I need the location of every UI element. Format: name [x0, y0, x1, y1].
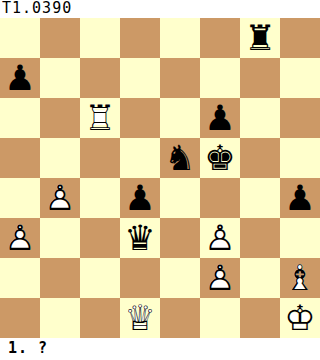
square-e7[interactable] — [160, 58, 200, 98]
square-h1[interactable]: ♚♔ — [280, 298, 320, 338]
square-h5[interactable] — [280, 138, 320, 178]
square-b2[interactable] — [40, 258, 80, 298]
square-g6[interactable] — [240, 98, 280, 138]
piece-black-pawn[interactable]: ♟ — [0, 58, 40, 98]
square-c7[interactable] — [80, 58, 120, 98]
square-a6[interactable] — [0, 98, 40, 138]
black-king-glyph: ♚ — [200, 138, 240, 178]
piece-white-pawn[interactable]: ♟♙ — [200, 218, 240, 258]
square-a3[interactable]: ♟♙ — [0, 218, 40, 258]
black-pawn-glyph: ♟ — [120, 178, 160, 218]
black-rook-glyph: ♜ — [240, 18, 280, 58]
square-h6[interactable] — [280, 98, 320, 138]
piece-black-knight[interactable]: ♞ — [160, 138, 200, 178]
square-d1[interactable]: ♛♕ — [120, 298, 160, 338]
square-h8[interactable] — [280, 18, 320, 58]
square-e2[interactable] — [160, 258, 200, 298]
square-h3[interactable] — [280, 218, 320, 258]
piece-white-king[interactable]: ♚♔ — [280, 298, 320, 338]
square-d6[interactable] — [120, 98, 160, 138]
square-e6[interactable] — [160, 98, 200, 138]
white-pawn-outline-glyph: ♙ — [200, 218, 240, 258]
black-queen-glyph: ♛ — [120, 218, 160, 258]
square-f5[interactable]: ♚ — [200, 138, 240, 178]
square-b3[interactable] — [40, 218, 80, 258]
square-c6[interactable]: ♜♖ — [80, 98, 120, 138]
square-c1[interactable] — [80, 298, 120, 338]
square-d5[interactable] — [120, 138, 160, 178]
square-a2[interactable] — [0, 258, 40, 298]
square-g5[interactable] — [240, 138, 280, 178]
square-g4[interactable] — [240, 178, 280, 218]
square-c5[interactable] — [80, 138, 120, 178]
square-d8[interactable] — [120, 18, 160, 58]
square-b7[interactable] — [40, 58, 80, 98]
square-a1[interactable] — [0, 298, 40, 338]
black-knight-glyph: ♞ — [160, 138, 200, 178]
piece-white-rook[interactable]: ♜♖ — [80, 98, 120, 138]
square-h4[interactable]: ♟ — [280, 178, 320, 218]
square-h7[interactable] — [280, 58, 320, 98]
square-a8[interactable] — [0, 18, 40, 58]
square-g1[interactable] — [240, 298, 280, 338]
white-queen-outline-glyph: ♕ — [120, 298, 160, 338]
move-prompt: 1. ? — [0, 338, 320, 360]
square-f7[interactable] — [200, 58, 240, 98]
square-d4[interactable]: ♟ — [120, 178, 160, 218]
square-f3[interactable]: ♟♙ — [200, 218, 240, 258]
square-d7[interactable] — [120, 58, 160, 98]
square-g3[interactable] — [240, 218, 280, 258]
piece-white-bishop[interactable]: ♝♗ — [280, 258, 320, 298]
square-e4[interactable] — [160, 178, 200, 218]
square-e3[interactable] — [160, 218, 200, 258]
white-pawn-outline-glyph: ♙ — [0, 218, 40, 258]
square-g8[interactable]: ♜ — [240, 18, 280, 58]
square-a5[interactable] — [0, 138, 40, 178]
white-rook-outline-glyph: ♖ — [80, 98, 120, 138]
square-f1[interactable] — [200, 298, 240, 338]
white-pawn-outline-glyph: ♙ — [40, 178, 80, 218]
chess-puzzle-screen: T1.0390 ♜♟♜♖♟♞♚♟♙♟♟♟♙♛♟♙♟♙♝♗♛♕♚♔ 1. ? — [0, 0, 320, 360]
square-c3[interactable] — [80, 218, 120, 258]
piece-black-rook[interactable]: ♜ — [240, 18, 280, 58]
square-e1[interactable] — [160, 298, 200, 338]
piece-black-pawn[interactable]: ♟ — [200, 98, 240, 138]
square-a4[interactable] — [0, 178, 40, 218]
square-f6[interactable]: ♟ — [200, 98, 240, 138]
white-king-outline-glyph: ♔ — [280, 298, 320, 338]
square-h2[interactable]: ♝♗ — [280, 258, 320, 298]
white-bishop-outline-glyph: ♗ — [280, 258, 320, 298]
square-d2[interactable] — [120, 258, 160, 298]
piece-white-pawn[interactable]: ♟♙ — [40, 178, 80, 218]
square-b6[interactable] — [40, 98, 80, 138]
black-pawn-glyph: ♟ — [200, 98, 240, 138]
square-b4[interactable]: ♟♙ — [40, 178, 80, 218]
piece-white-pawn[interactable]: ♟♙ — [200, 258, 240, 298]
piece-black-pawn[interactable]: ♟ — [120, 178, 160, 218]
square-b5[interactable] — [40, 138, 80, 178]
piece-black-pawn[interactable]: ♟ — [280, 178, 320, 218]
square-c2[interactable] — [80, 258, 120, 298]
square-b8[interactable] — [40, 18, 80, 58]
square-e8[interactable] — [160, 18, 200, 58]
black-pawn-glyph: ♟ — [0, 58, 40, 98]
black-pawn-glyph: ♟ — [280, 178, 320, 218]
square-c8[interactable] — [80, 18, 120, 58]
square-f8[interactable] — [200, 18, 240, 58]
chess-board: ♜♟♜♖♟♞♚♟♙♟♟♟♙♛♟♙♟♙♝♗♛♕♚♔ — [0, 18, 320, 338]
square-f4[interactable] — [200, 178, 240, 218]
square-a7[interactable]: ♟ — [0, 58, 40, 98]
piece-white-queen[interactable]: ♛♕ — [120, 298, 160, 338]
square-g2[interactable] — [240, 258, 280, 298]
square-e5[interactable]: ♞ — [160, 138, 200, 178]
square-b1[interactable] — [40, 298, 80, 338]
piece-black-queen[interactable]: ♛ — [120, 218, 160, 258]
square-g7[interactable] — [240, 58, 280, 98]
puzzle-id: T1.0390 — [0, 0, 320, 18]
piece-white-pawn[interactable]: ♟♙ — [0, 218, 40, 258]
piece-black-king[interactable]: ♚ — [200, 138, 240, 178]
square-f2[interactable]: ♟♙ — [200, 258, 240, 298]
square-c4[interactable] — [80, 178, 120, 218]
square-d3[interactable]: ♛ — [120, 218, 160, 258]
white-pawn-outline-glyph: ♙ — [200, 258, 240, 298]
